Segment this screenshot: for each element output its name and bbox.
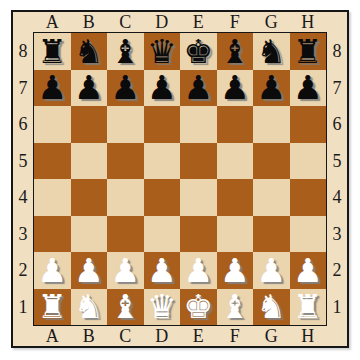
black-bishop-icon[interactable]: ♝ [217, 33, 254, 70]
black-pawn-icon[interactable]: ♟ [180, 70, 217, 107]
square-g4[interactable] [253, 179, 290, 216]
square-a8[interactable]: ♜ [34, 33, 71, 70]
black-pawn-icon[interactable]: ♟ [34, 70, 71, 107]
file-label-g: G [253, 326, 290, 346]
white-pawn-icon[interactable]: ♟ [253, 252, 290, 289]
rank-label-7: 7 [327, 70, 347, 107]
square-h3[interactable] [290, 216, 327, 253]
square-d2[interactable]: ♟ [144, 252, 181, 289]
rank-label-5: 5 [327, 143, 347, 180]
square-e3[interactable] [180, 216, 217, 253]
square-b7[interactable]: ♟ [71, 70, 108, 107]
rank-label-3: 3 [327, 216, 347, 253]
square-f7[interactable]: ♟ [217, 70, 254, 107]
file-label-g: G [253, 12, 290, 32]
black-pawn-icon[interactable]: ♟ [290, 70, 327, 107]
white-pawn-icon[interactable]: ♟ [180, 252, 217, 289]
square-f1[interactable]: ♝ [217, 289, 254, 326]
white-pawn-icon[interactable]: ♟ [107, 252, 144, 289]
square-b6[interactable] [71, 106, 108, 143]
square-c1[interactable]: ♝ [107, 289, 144, 326]
black-knight-icon[interactable]: ♞ [71, 33, 108, 70]
black-pawn-icon[interactable]: ♟ [217, 70, 254, 107]
square-a1[interactable]: ♜ [34, 289, 71, 326]
white-king-icon[interactable]: ♚ [180, 289, 217, 326]
white-queen-icon[interactable]: ♛ [144, 289, 181, 326]
file-label-c: C [107, 12, 144, 32]
square-b1[interactable]: ♞ [71, 289, 108, 326]
white-bishop-icon[interactable]: ♝ [107, 289, 144, 326]
square-e1[interactable]: ♚ [180, 289, 217, 326]
square-g3[interactable] [253, 216, 290, 253]
rank-label-6: 6 [13, 106, 33, 143]
black-pawn-icon[interactable]: ♟ [253, 70, 290, 107]
white-pawn-icon[interactable]: ♟ [71, 252, 108, 289]
chessboard: ♜♞♝♛♚♝♞♜♟♟♟♟♟♟♟♟♟♟♟♟♟♟♟♟♜♞♝♛♚♝♞♜ [33, 32, 327, 326]
square-c5[interactable] [107, 143, 144, 180]
white-pawn-icon[interactable]: ♟ [144, 252, 181, 289]
square-c6[interactable] [107, 106, 144, 143]
black-king-icon[interactable]: ♚ [180, 33, 217, 70]
square-c8[interactable]: ♝ [107, 33, 144, 70]
square-g7[interactable]: ♟ [253, 70, 290, 107]
file-label-h: H [290, 326, 327, 346]
file-labels-top: ABCDEFGH [34, 12, 326, 32]
square-h5[interactable] [290, 143, 327, 180]
square-c2[interactable]: ♟ [107, 252, 144, 289]
file-label-a: A [34, 326, 71, 346]
black-rook-icon[interactable]: ♜ [290, 33, 327, 70]
black-knight-icon[interactable]: ♞ [253, 33, 290, 70]
square-e7[interactable]: ♟ [180, 70, 217, 107]
square-b2[interactable]: ♟ [71, 252, 108, 289]
square-g6[interactable] [253, 106, 290, 143]
square-d1[interactable]: ♛ [144, 289, 181, 326]
rank-label-8: 8 [327, 33, 347, 70]
rank-label-4: 4 [327, 179, 347, 216]
rank-label-8: 8 [13, 33, 33, 70]
file-label-b: B [71, 12, 108, 32]
white-knight-icon[interactable]: ♞ [71, 289, 108, 326]
square-e2[interactable]: ♟ [180, 252, 217, 289]
square-a2[interactable]: ♟ [34, 252, 71, 289]
rank-label-3: 3 [13, 216, 33, 253]
square-c7[interactable]: ♟ [107, 70, 144, 107]
file-label-d: D [144, 326, 181, 346]
square-d5[interactable] [144, 143, 181, 180]
black-bishop-icon[interactable]: ♝ [107, 33, 144, 70]
square-a5[interactable] [34, 143, 71, 180]
square-c4[interactable] [107, 179, 144, 216]
square-a3[interactable] [34, 216, 71, 253]
white-rook-icon[interactable]: ♜ [34, 289, 71, 326]
square-f3[interactable] [217, 216, 254, 253]
square-a4[interactable] [34, 179, 71, 216]
square-f8[interactable]: ♝ [217, 33, 254, 70]
rank-labels-right: 87654321 [327, 33, 347, 325]
square-d4[interactable] [144, 179, 181, 216]
square-a6[interactable] [34, 106, 71, 143]
square-e6[interactable] [180, 106, 217, 143]
file-label-a: A [34, 12, 71, 32]
file-label-e: E [180, 326, 217, 346]
square-f6[interactable] [217, 106, 254, 143]
file-label-d: D [144, 12, 181, 32]
file-label-b: B [71, 326, 108, 346]
square-b5[interactable] [71, 143, 108, 180]
square-f5[interactable] [217, 143, 254, 180]
square-e4[interactable] [180, 179, 217, 216]
file-label-c: C [107, 326, 144, 346]
square-h6[interactable] [290, 106, 327, 143]
square-g8[interactable]: ♞ [253, 33, 290, 70]
chessboard-frame: ABCDEFGH ABCDEFGH 87654321 87654321 ♜♞♝♛… [11, 10, 349, 348]
square-d8[interactable]: ♛ [144, 33, 181, 70]
square-f2[interactable]: ♟ [217, 252, 254, 289]
white-pawn-icon[interactable]: ♟ [217, 252, 254, 289]
square-e8[interactable]: ♚ [180, 33, 217, 70]
black-pawn-icon[interactable]: ♟ [71, 70, 108, 107]
white-rook-icon[interactable]: ♜ [290, 289, 327, 326]
square-h1[interactable]: ♜ [290, 289, 327, 326]
square-b3[interactable] [71, 216, 108, 253]
square-g5[interactable] [253, 143, 290, 180]
rank-label-5: 5 [13, 143, 33, 180]
square-c3[interactable] [107, 216, 144, 253]
file-label-f: F [217, 326, 254, 346]
white-knight-icon[interactable]: ♞ [253, 289, 290, 326]
file-label-e: E [180, 12, 217, 32]
square-h2[interactable]: ♟ [290, 252, 327, 289]
square-b4[interactable] [71, 179, 108, 216]
rank-label-4: 4 [13, 179, 33, 216]
rank-label-2: 2 [13, 252, 33, 289]
square-h8[interactable]: ♜ [290, 33, 327, 70]
white-bishop-icon[interactable]: ♝ [217, 289, 254, 326]
square-g2[interactable]: ♟ [253, 252, 290, 289]
square-d6[interactable] [144, 106, 181, 143]
rank-label-1: 1 [13, 289, 33, 326]
black-pawn-icon[interactable]: ♟ [107, 70, 144, 107]
square-a7[interactable]: ♟ [34, 70, 71, 107]
black-rook-icon[interactable]: ♜ [34, 33, 71, 70]
black-pawn-icon[interactable]: ♟ [144, 70, 181, 107]
rank-label-2: 2 [327, 252, 347, 289]
rank-label-6: 6 [327, 106, 347, 143]
square-d7[interactable]: ♟ [144, 70, 181, 107]
square-b8[interactable]: ♞ [71, 33, 108, 70]
square-g1[interactable]: ♞ [253, 289, 290, 326]
file-label-h: H [290, 12, 327, 32]
white-pawn-icon[interactable]: ♟ [34, 252, 71, 289]
rank-label-1: 1 [327, 289, 347, 326]
square-h7[interactable]: ♟ [290, 70, 327, 107]
rank-labels-left: 87654321 [13, 33, 33, 325]
white-pawn-icon[interactable]: ♟ [290, 252, 327, 289]
file-labels-bottom: ABCDEFGH [34, 326, 326, 346]
file-label-f: F [217, 12, 254, 32]
rank-label-7: 7 [13, 70, 33, 107]
black-queen-icon[interactable]: ♛ [144, 33, 181, 70]
square-h4[interactable] [290, 179, 327, 216]
square-f4[interactable] [217, 179, 254, 216]
square-e5[interactable] [180, 143, 217, 180]
square-d3[interactable] [144, 216, 181, 253]
